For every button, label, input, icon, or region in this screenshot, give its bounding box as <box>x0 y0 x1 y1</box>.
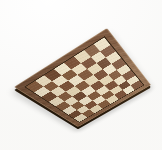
product-photo <box>0 0 162 150</box>
board-photo-group <box>0 0 162 150</box>
chess-board <box>14 28 151 127</box>
